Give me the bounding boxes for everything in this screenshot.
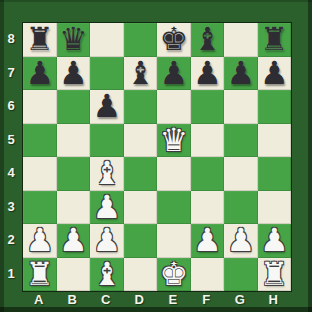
piece-black-bishop: ♝ (126, 57, 155, 90)
square-b2[interactable]: ♟ (57, 224, 91, 258)
piece-black-pawn: ♟ (25, 57, 54, 90)
square-e8[interactable]: ♚ (157, 23, 191, 57)
piece-black-king: ♚ (159, 23, 188, 56)
square-a8[interactable]: ♜ (23, 23, 57, 57)
file-label-e: E (156, 290, 190, 308)
square-c5[interactable] (90, 124, 124, 158)
square-b8[interactable]: ♛ (57, 23, 91, 57)
rank-label-2: 2 (0, 223, 22, 257)
square-g4[interactable] (224, 157, 258, 191)
rank-label-1: 1 (0, 257, 22, 291)
square-e2[interactable] (157, 224, 191, 258)
square-b6[interactable] (57, 90, 91, 124)
file-label-a: A (22, 290, 56, 308)
piece-white-queen: ♛ (159, 124, 188, 157)
piece-black-pawn: ♟ (193, 57, 222, 90)
rank-label-8: 8 (0, 22, 22, 56)
square-f6[interactable] (191, 90, 225, 124)
square-a3[interactable] (23, 191, 57, 225)
square-c8[interactable] (90, 23, 124, 57)
square-a2[interactable]: ♟ (23, 224, 57, 258)
piece-black-pawn: ♟ (260, 57, 289, 90)
piece-black-rook: ♜ (260, 23, 289, 56)
piece-white-pawn: ♟ (92, 191, 121, 224)
piece-white-pawn: ♟ (260, 224, 289, 257)
square-c4[interactable]: ♝ (90, 157, 124, 191)
square-d8[interactable] (124, 23, 158, 57)
piece-white-pawn: ♟ (92, 224, 121, 257)
square-h1[interactable]: ♜ (258, 258, 292, 292)
square-h6[interactable] (258, 90, 292, 124)
square-e1[interactable]: ♚ (157, 258, 191, 292)
square-a5[interactable] (23, 124, 57, 158)
piece-white-pawn: ♟ (25, 224, 54, 257)
square-d3[interactable] (124, 191, 158, 225)
square-b5[interactable] (57, 124, 91, 158)
square-d1[interactable] (124, 258, 158, 292)
square-b4[interactable] (57, 157, 91, 191)
square-c1[interactable]: ♝ (90, 258, 124, 292)
piece-black-pawn: ♟ (59, 57, 88, 90)
square-c6[interactable]: ♟ (90, 90, 124, 124)
piece-black-queen: ♛ (59, 23, 88, 56)
square-f2[interactable]: ♟ (191, 224, 225, 258)
square-h5[interactable] (258, 124, 292, 158)
square-f3[interactable] (191, 191, 225, 225)
square-h4[interactable] (258, 157, 292, 191)
square-a1[interactable]: ♜ (23, 258, 57, 292)
rank-label-7: 7 (0, 56, 22, 90)
piece-black-pawn: ♟ (92, 90, 121, 123)
file-labels: ABCDEFGH (22, 290, 290, 308)
square-a7[interactable]: ♟ (23, 57, 57, 91)
piece-black-pawn: ♟ (159, 57, 188, 90)
square-g2[interactable]: ♟ (224, 224, 258, 258)
file-label-c: C (89, 290, 123, 308)
square-e3[interactable] (157, 191, 191, 225)
square-g3[interactable] (224, 191, 258, 225)
square-e5[interactable]: ♛ (157, 124, 191, 158)
rank-label-4: 4 (0, 156, 22, 190)
piece-white-pawn: ♟ (59, 224, 88, 257)
piece-white-pawn: ♟ (193, 224, 222, 257)
piece-white-rook: ♜ (25, 258, 54, 291)
piece-white-pawn: ♟ (226, 224, 255, 257)
square-f4[interactable] (191, 157, 225, 191)
rank-labels: 87654321 (0, 22, 22, 290)
square-c7[interactable] (90, 57, 124, 91)
square-c3[interactable]: ♟ (90, 191, 124, 225)
square-b7[interactable]: ♟ (57, 57, 91, 91)
rank-label-6: 6 (0, 89, 22, 123)
square-h7[interactable]: ♟ (258, 57, 292, 91)
chess-board-frame: 87654321 ♜♛♚♝♜♟♟♝♟♟♟♟♟♛♝♟♟♟♟♟♟♟♜♝♚♜ ABCD… (0, 0, 312, 312)
square-b3[interactable] (57, 191, 91, 225)
square-e7[interactable]: ♟ (157, 57, 191, 91)
piece-white-bishop: ♝ (92, 157, 121, 190)
square-d2[interactable] (124, 224, 158, 258)
square-h3[interactable] (258, 191, 292, 225)
file-label-h: H (257, 290, 291, 308)
chess-board: ♜♛♚♝♜♟♟♝♟♟♟♟♟♛♝♟♟♟♟♟♟♟♜♝♚♜ (22, 22, 292, 292)
piece-white-king: ♚ (159, 258, 188, 291)
file-label-f: F (190, 290, 224, 308)
square-e6[interactable] (157, 90, 191, 124)
square-f7[interactable]: ♟ (191, 57, 225, 91)
square-c2[interactable]: ♟ (90, 224, 124, 258)
square-d7[interactable]: ♝ (124, 57, 158, 91)
square-g7[interactable]: ♟ (224, 57, 258, 91)
square-f5[interactable] (191, 124, 225, 158)
piece-black-rook: ♜ (25, 23, 54, 56)
square-g5[interactable] (224, 124, 258, 158)
piece-black-pawn: ♟ (226, 57, 255, 90)
file-label-d: D (123, 290, 157, 308)
square-a4[interactable] (23, 157, 57, 191)
file-label-b: B (56, 290, 90, 308)
square-d5[interactable] (124, 124, 158, 158)
file-label-g: G (223, 290, 257, 308)
square-d6[interactable] (124, 90, 158, 124)
rank-label-5: 5 (0, 123, 22, 157)
square-b1[interactable] (57, 258, 91, 292)
square-g1[interactable] (224, 258, 258, 292)
piece-black-bishop: ♝ (193, 23, 222, 56)
square-f8[interactable]: ♝ (191, 23, 225, 57)
rank-label-3: 3 (0, 190, 22, 224)
square-h2[interactable]: ♟ (258, 224, 292, 258)
piece-white-rook: ♜ (260, 258, 289, 291)
square-a6[interactable] (23, 90, 57, 124)
piece-white-bishop: ♝ (92, 258, 121, 291)
square-d4[interactable] (124, 157, 158, 191)
square-h8[interactable]: ♜ (258, 23, 292, 57)
square-g6[interactable] (224, 90, 258, 124)
square-g8[interactable] (224, 23, 258, 57)
square-e4[interactable] (157, 157, 191, 191)
square-f1[interactable] (191, 258, 225, 292)
